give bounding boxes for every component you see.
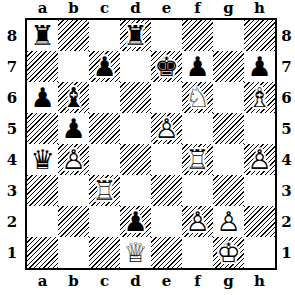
square-c4[interactable]	[89, 144, 120, 175]
piece-white-pawn: ♟♙	[151, 113, 182, 144]
rank-label-4: 4	[0, 144, 24, 175]
rank-label-4: 4	[278, 144, 295, 175]
square-b4[interactable]: ♟♙	[58, 144, 89, 175]
rank-label-8: 8	[0, 20, 24, 51]
square-g1[interactable]: ♚♔	[213, 237, 244, 268]
piece-white-pawn: ♟♙	[182, 206, 213, 237]
square-a8[interactable]: ♜♜	[27, 20, 58, 51]
rank-label-5: 5	[0, 113, 24, 144]
square-b1[interactable]	[58, 237, 89, 268]
square-f7[interactable]: ♟♟	[182, 51, 213, 82]
square-h4[interactable]: ♟♙	[244, 144, 275, 175]
square-g2[interactable]: ♟♙	[213, 206, 244, 237]
rank-label-2: 2	[0, 206, 24, 237]
piece-glyph: ♟	[27, 82, 58, 113]
rank-label-6: 6	[278, 82, 295, 113]
file-label-c: c	[89, 273, 120, 293]
square-h6[interactable]: ♝♗	[244, 82, 275, 113]
piece-glyph: ♚	[151, 51, 182, 82]
square-b2[interactable]	[58, 206, 89, 237]
file-label-b: b	[58, 0, 89, 17]
piece-white-queen: ♛♕	[120, 237, 151, 268]
rank-label-3: 3	[0, 175, 24, 206]
file-label-e: e	[151, 273, 182, 293]
piece-glyph: ♟	[89, 51, 120, 82]
square-d1[interactable]: ♛♕	[120, 237, 151, 268]
square-h1[interactable]	[244, 237, 275, 268]
square-e4[interactable]	[151, 144, 182, 175]
piece-black-bishop: ♝♝	[58, 82, 89, 113]
piece-black-pawn: ♟♟	[89, 51, 120, 82]
square-g5[interactable]	[213, 113, 244, 144]
file-label-c: c	[89, 0, 120, 17]
file-label-b: b	[58, 273, 89, 293]
piece-black-pawn: ♟♟	[120, 206, 151, 237]
square-h5[interactable]	[244, 113, 275, 144]
square-d8[interactable]: ♜♜	[120, 20, 151, 51]
file-labels-bottom: abcdefgh	[27, 273, 275, 293]
piece-glyph: ♜	[27, 20, 58, 51]
square-c5[interactable]	[89, 113, 120, 144]
file-label-e: e	[151, 0, 182, 17]
square-h7[interactable]: ♟♟	[244, 51, 275, 82]
piece-glyph: ♕	[120, 237, 151, 268]
square-d2[interactable]: ♟♟	[120, 206, 151, 237]
file-labels-top: abcdefgh	[27, 0, 275, 17]
file-label-d: d	[120, 0, 151, 17]
square-b8[interactable]	[58, 20, 89, 51]
square-b5[interactable]: ♟♟	[58, 113, 89, 144]
square-e2[interactable]	[151, 206, 182, 237]
rank-label-3: 3	[278, 175, 295, 206]
rank-label-1: 1	[278, 237, 295, 268]
piece-black-pawn: ♟♟	[58, 113, 89, 144]
piece-glyph: ♖	[89, 175, 120, 206]
piece-white-pawn: ♟♙	[58, 144, 89, 175]
rank-label-2: 2	[278, 206, 295, 237]
piece-glyph: ♙	[58, 144, 89, 175]
piece-glyph: ♘	[182, 82, 213, 113]
square-b6[interactable]: ♝♝	[58, 82, 89, 113]
square-a5[interactable]	[27, 113, 58, 144]
file-label-a: a	[27, 273, 58, 293]
square-c3[interactable]: ♜♖	[89, 175, 120, 206]
rank-label-6: 6	[0, 82, 24, 113]
piece-glyph: ♜	[120, 20, 151, 51]
piece-white-bishop: ♝♗	[244, 82, 275, 113]
square-f8[interactable]	[182, 20, 213, 51]
piece-black-pawn: ♟♟	[182, 51, 213, 82]
piece-black-rook: ♜♜	[120, 20, 151, 51]
square-f4[interactable]: ♜♖	[182, 144, 213, 175]
rank-label-7: 7	[278, 51, 295, 82]
piece-black-king: ♚♚	[151, 51, 182, 82]
square-f5[interactable]	[182, 113, 213, 144]
file-label-a: a	[27, 0, 58, 17]
piece-glyph: ♟	[244, 51, 275, 82]
square-h8[interactable]	[244, 20, 275, 51]
square-f2[interactable]: ♟♙	[182, 206, 213, 237]
square-a6[interactable]: ♟♟	[27, 82, 58, 113]
square-g4[interactable]	[213, 144, 244, 175]
square-d4[interactable]	[120, 144, 151, 175]
square-d3[interactable]	[120, 175, 151, 206]
file-label-h: h	[244, 273, 275, 293]
piece-glyph: ♙	[182, 206, 213, 237]
piece-white-knight: ♞♘	[182, 82, 213, 113]
square-g3[interactable]	[213, 175, 244, 206]
square-f3[interactable]	[182, 175, 213, 206]
piece-glyph: ♙	[213, 206, 244, 237]
square-g7[interactable]	[213, 51, 244, 82]
piece-glyph: ♖	[182, 144, 213, 175]
rank-label-7: 7	[0, 51, 24, 82]
square-d5[interactable]	[120, 113, 151, 144]
piece-black-rook: ♜♜	[27, 20, 58, 51]
square-b7[interactable]	[58, 51, 89, 82]
piece-black-pawn: ♟♟	[27, 82, 58, 113]
square-e8[interactable]	[151, 20, 182, 51]
rank-labels-left: 87654321	[0, 20, 24, 268]
file-label-f: f	[182, 0, 213, 17]
square-d6[interactable]	[120, 82, 151, 113]
square-f1[interactable]	[182, 237, 213, 268]
square-g8[interactable]	[213, 20, 244, 51]
square-f6[interactable]: ♞♘	[182, 82, 213, 113]
rank-labels-right: 87654321	[278, 20, 295, 268]
square-a3[interactable]	[27, 175, 58, 206]
file-label-g: g	[213, 0, 244, 17]
piece-glyph: ♟	[182, 51, 213, 82]
rank-label-1: 1	[0, 237, 24, 268]
square-e1[interactable]	[151, 237, 182, 268]
square-e6[interactable]	[151, 82, 182, 113]
square-c1[interactable]	[89, 237, 120, 268]
square-e5[interactable]: ♟♙	[151, 113, 182, 144]
piece-glyph: ♙	[244, 144, 275, 175]
file-label-f: f	[182, 273, 213, 293]
square-h2[interactable]	[244, 206, 275, 237]
chess-diagram: abcdefgh 87654321 ♜♜♜♜♟♟♚♚♟♟♟♟♟♟♝♝♞♘♝♗♟♟…	[0, 0, 295, 295]
piece-glyph: ♝	[58, 82, 89, 113]
square-a2[interactable]	[27, 206, 58, 237]
piece-glyph: ♛	[27, 144, 58, 175]
square-a7[interactable]	[27, 51, 58, 82]
square-e3[interactable]	[151, 175, 182, 206]
square-c7[interactable]: ♟♟	[89, 51, 120, 82]
square-g6[interactable]	[213, 82, 244, 113]
square-a1[interactable]	[27, 237, 58, 268]
piece-glyph: ♙	[151, 113, 182, 144]
piece-white-pawn: ♟♙	[213, 206, 244, 237]
square-a4[interactable]: ♛♛	[27, 144, 58, 175]
square-d7[interactable]	[120, 51, 151, 82]
piece-glyph: ♔	[213, 237, 244, 268]
piece-white-rook: ♜♖	[182, 144, 213, 175]
rank-label-8: 8	[278, 20, 295, 51]
square-b3[interactable]	[58, 175, 89, 206]
square-c8[interactable]	[89, 20, 120, 51]
square-c2[interactable]	[89, 206, 120, 237]
chess-board: ♜♜♜♜♟♟♚♚♟♟♟♟♟♟♝♝♞♘♝♗♟♟♟♙♛♛♟♙♜♖♟♙♜♖♟♟♟♙♟♙…	[25, 18, 277, 270]
square-h3[interactable]	[244, 175, 275, 206]
piece-glyph: ♟	[58, 113, 89, 144]
piece-white-rook: ♜♖	[89, 175, 120, 206]
file-label-d: d	[120, 273, 151, 293]
square-c6[interactable]	[89, 82, 120, 113]
square-e7[interactable]: ♚♚	[151, 51, 182, 82]
piece-white-king: ♚♔	[213, 237, 244, 268]
piece-black-pawn: ♟♟	[244, 51, 275, 82]
piece-glyph: ♟	[120, 206, 151, 237]
file-label-h: h	[244, 0, 275, 17]
rank-label-5: 5	[278, 113, 295, 144]
piece-white-pawn: ♟♙	[244, 144, 275, 175]
piece-black-queen: ♛♛	[27, 144, 58, 175]
piece-glyph: ♗	[244, 82, 275, 113]
file-label-g: g	[213, 273, 244, 293]
